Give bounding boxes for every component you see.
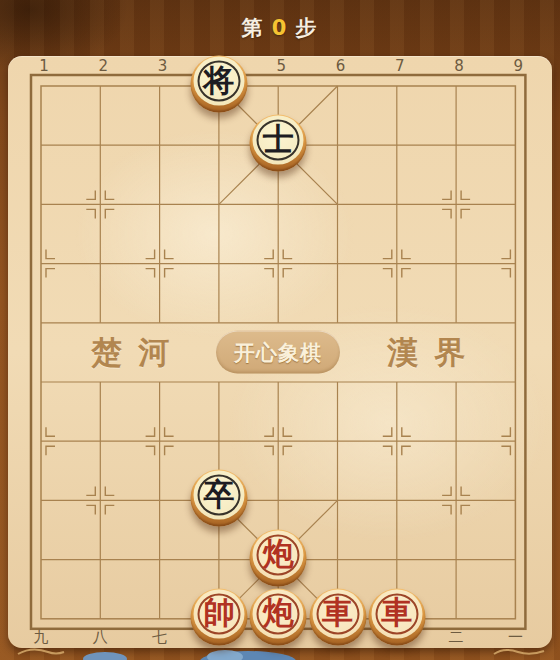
piece-red-cannon[interactable]: 炮 (250, 588, 307, 645)
bottom-coordinate-一: 一 (502, 628, 528, 647)
piece-red-chariot[interactable]: 車 (368, 588, 425, 645)
river-text-han: 漢界 (387, 332, 481, 374)
bottom-coordinate-七: 七 (147, 628, 173, 647)
app-logo-badge: 开心象棋 (216, 331, 340, 374)
top-coordinate-1: 1 (31, 57, 57, 75)
top-coordinate-8: 8 (446, 57, 472, 75)
piece-red-cannon[interactable]: 炮 (250, 529, 307, 586)
piece-glyph: 炮 (250, 587, 307, 638)
top-coordinate-7: 7 (387, 57, 413, 75)
top-coordinate-2: 2 (90, 57, 116, 75)
top-coordinate-9: 9 (505, 57, 531, 75)
bottom-coordinate-八: 八 (87, 628, 113, 647)
top-coordinate-6: 6 (328, 57, 354, 75)
app-logo-text: 开心象棋 (234, 338, 322, 366)
piece-glyph: 将 (190, 55, 247, 106)
piece-black-soldier[interactable]: 卒 (190, 470, 247, 527)
piece-glyph: 士 (250, 114, 307, 165)
river-text-chu: 楚河 (91, 332, 185, 374)
bottom-coordinate-九: 九 (28, 628, 54, 647)
piece-red-chariot[interactable]: 車 (309, 588, 366, 645)
bottom-coordinate-二: 二 (443, 628, 469, 647)
piece-black-general[interactable]: 将 (190, 56, 247, 113)
piece-red-general[interactable]: 帥 (190, 588, 247, 645)
piece-glyph: 車 (368, 587, 425, 638)
xiangqi-app: 第0步 123456789 九八七六五四三二一 楚河 漢界 开心象棋 将士卒炮帥… (0, 0, 560, 660)
piece-black-advisor[interactable]: 士 (250, 115, 307, 172)
piece-glyph: 炮 (250, 528, 307, 579)
top-coordinate-5: 5 (268, 57, 294, 75)
piece-glyph: 卒 (190, 469, 247, 520)
piece-glyph: 車 (309, 587, 366, 638)
top-coordinate-3: 3 (150, 57, 176, 75)
piece-glyph: 帥 (190, 587, 247, 638)
